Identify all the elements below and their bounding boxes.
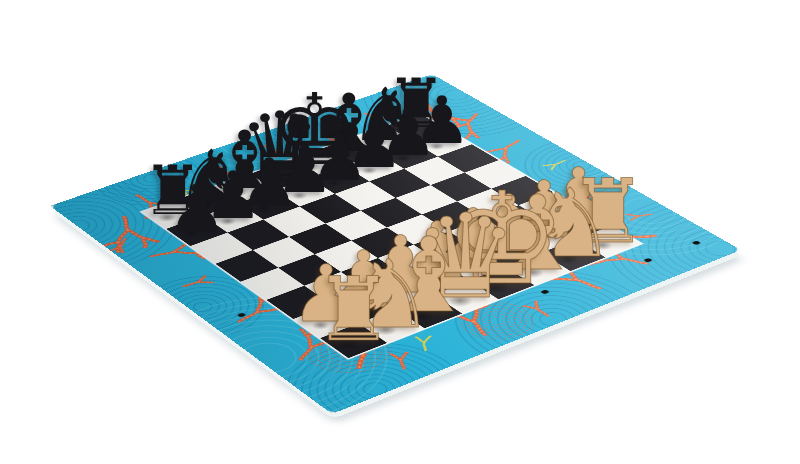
chess-board bbox=[50, 74, 741, 414]
photo-stage: ♜♞♝♛♚♝♞♜♟♟♟♟♟♟♟♟♟♟♟♟♟♟♟♟♜♞♝♛♚♝♞♜ bbox=[0, 0, 800, 464]
